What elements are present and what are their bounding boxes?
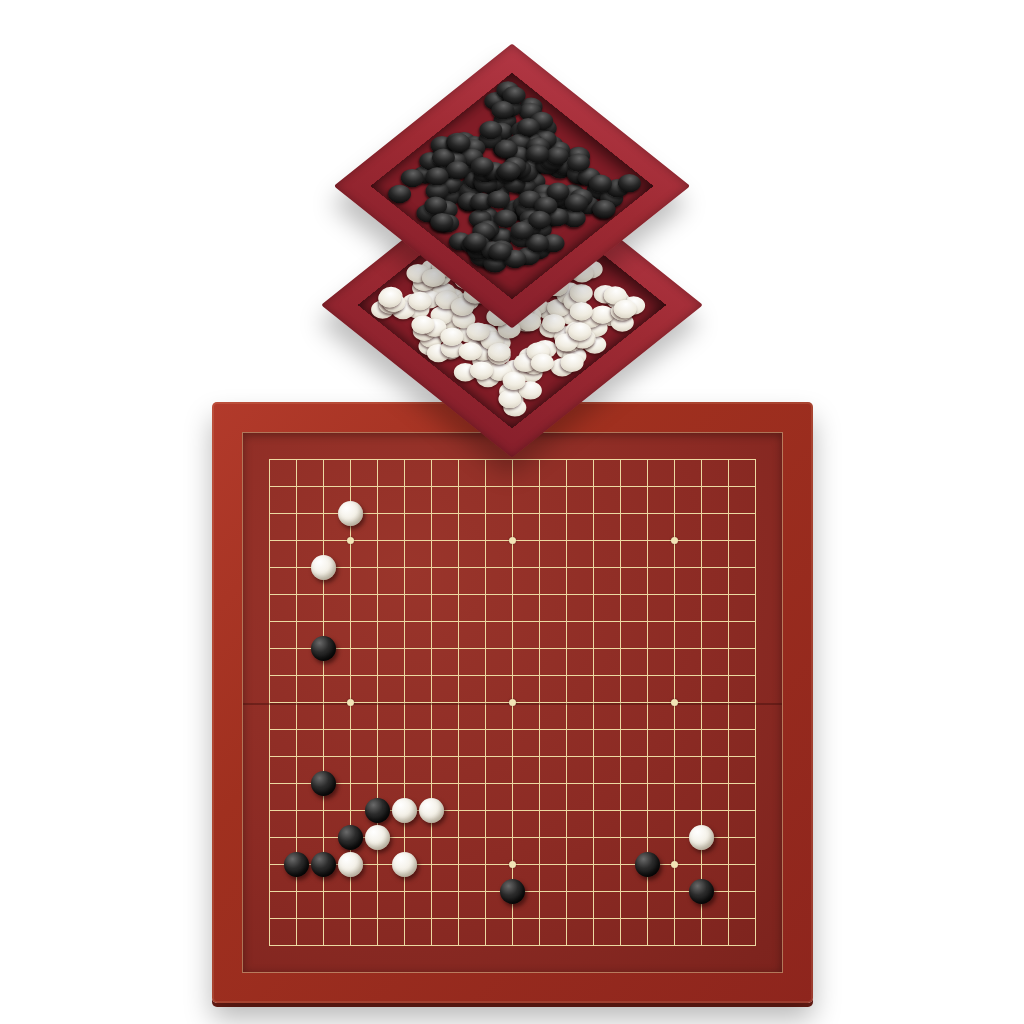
black-stone[interactable] bbox=[635, 852, 660, 877]
white-stone[interactable] bbox=[365, 825, 390, 850]
black-stone[interactable] bbox=[284, 852, 309, 877]
black-stone[interactable] bbox=[365, 798, 390, 823]
white-stone[interactable] bbox=[338, 852, 363, 877]
board-surface bbox=[242, 432, 783, 973]
black-stone[interactable] bbox=[311, 852, 336, 877]
star-point bbox=[509, 699, 516, 706]
star-point bbox=[347, 699, 354, 706]
go-board bbox=[212, 402, 813, 1003]
white-stone[interactable] bbox=[419, 798, 444, 823]
black-stone[interactable] bbox=[311, 771, 336, 796]
white-stone[interactable] bbox=[311, 555, 336, 580]
board-grid[interactable] bbox=[269, 459, 756, 946]
star-point bbox=[509, 537, 516, 544]
stone-trays bbox=[0, 0, 1024, 480]
black-stone[interactable] bbox=[500, 879, 525, 904]
star-point bbox=[347, 537, 354, 544]
white-stone[interactable] bbox=[392, 798, 417, 823]
product-photo-scene bbox=[0, 0, 1024, 1024]
star-point bbox=[509, 861, 516, 868]
star-point bbox=[671, 699, 678, 706]
black-stone[interactable] bbox=[689, 879, 714, 904]
black-stone[interactable] bbox=[311, 636, 336, 661]
star-point bbox=[671, 537, 678, 544]
white-stone[interactable] bbox=[338, 501, 363, 526]
black-stone[interactable] bbox=[338, 825, 363, 850]
white-stone[interactable] bbox=[392, 852, 417, 877]
white-stone[interactable] bbox=[689, 825, 714, 850]
star-point bbox=[671, 861, 678, 868]
